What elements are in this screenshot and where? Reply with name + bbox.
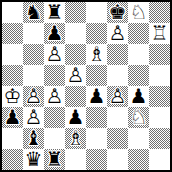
- square-g8[interactable]: ♞♘: [128, 2, 149, 23]
- piece-halo: ♟: [65, 107, 86, 128]
- piece-halo: ♟: [44, 44, 65, 65]
- square-e3[interactable]: [86, 107, 107, 128]
- piece-halo: ♟: [65, 65, 86, 86]
- square-c6[interactable]: ♟♙: [44, 44, 65, 65]
- piece-halo: ♟: [107, 23, 128, 44]
- square-d4[interactable]: [65, 86, 86, 107]
- square-d3[interactable]: ♟♟: [65, 107, 86, 128]
- square-e8[interactable]: [86, 2, 107, 23]
- square-e5[interactable]: [86, 65, 107, 86]
- square-b4[interactable]: ♟♙: [23, 86, 44, 107]
- piece-white-knight-g3: ♘: [128, 107, 149, 128]
- piece-halo: ♟: [23, 86, 44, 107]
- piece-halo: ♚: [107, 2, 128, 23]
- square-f5[interactable]: [107, 65, 128, 86]
- piece-white-pawn-f4: ♙: [107, 86, 128, 107]
- piece-halo: ♜: [44, 2, 65, 23]
- square-g1[interactable]: [128, 149, 149, 170]
- piece-white-bishop-d2: ♗: [65, 128, 86, 149]
- piece-white-rook-h7: ♖: [149, 23, 170, 44]
- piece-black-pawn-e4: ♟: [86, 86, 107, 107]
- piece-white-pawn-c6: ♙: [44, 44, 65, 65]
- square-h6[interactable]: [149, 44, 170, 65]
- square-h8[interactable]: [149, 2, 170, 23]
- piece-halo: ♟: [44, 23, 65, 44]
- square-c8[interactable]: ♜♜: [44, 2, 65, 23]
- square-g6[interactable]: [128, 44, 149, 65]
- square-b7[interactable]: [23, 23, 44, 44]
- square-f7[interactable]: ♟♙: [107, 23, 128, 44]
- piece-halo: ♜: [149, 23, 170, 44]
- piece-white-bishop-e6: ♗: [86, 44, 107, 65]
- square-f4[interactable]: ♟♙: [107, 86, 128, 107]
- piece-white-pawn-f7: ♙: [107, 23, 128, 44]
- square-g5[interactable]: [128, 65, 149, 86]
- piece-halo: ♚: [2, 86, 23, 107]
- piece-black-rook-c8: ♜: [44, 2, 65, 23]
- square-a6[interactable]: [2, 44, 23, 65]
- square-h4[interactable]: [149, 86, 170, 107]
- square-a4[interactable]: ♚♔: [2, 86, 23, 107]
- square-a5[interactable]: [2, 65, 23, 86]
- piece-black-king-f8: ♚: [107, 2, 128, 23]
- piece-white-pawn-b4: ♙: [23, 86, 44, 107]
- piece-halo: ♜: [44, 149, 65, 170]
- piece-white-king-a4: ♔: [2, 86, 23, 107]
- square-f2[interactable]: [107, 128, 128, 149]
- piece-black-rook-c1: ♜: [44, 149, 65, 170]
- square-e7[interactable]: [86, 23, 107, 44]
- square-e2[interactable]: [86, 128, 107, 149]
- square-d2[interactable]: ♝♗: [65, 128, 86, 149]
- square-c3[interactable]: [44, 107, 65, 128]
- square-f3[interactable]: [107, 107, 128, 128]
- piece-black-knight-b8: ♞: [23, 2, 44, 23]
- piece-black-pawn-d3: ♟: [65, 107, 86, 128]
- piece-halo: ♟: [107, 86, 128, 107]
- piece-halo: ♝: [65, 128, 86, 149]
- square-c5[interactable]: [44, 65, 65, 86]
- piece-halo: ♞: [128, 2, 149, 23]
- square-b3[interactable]: ♟♙: [23, 107, 44, 128]
- square-a7[interactable]: [2, 23, 23, 44]
- piece-halo: ♟: [2, 107, 23, 128]
- square-h2[interactable]: [149, 128, 170, 149]
- square-h5[interactable]: [149, 65, 170, 86]
- square-d8[interactable]: [65, 2, 86, 23]
- square-g7[interactable]: [128, 23, 149, 44]
- piece-halo: ♟: [23, 107, 44, 128]
- piece-black-pawn-a3: ♟: [2, 107, 23, 128]
- square-b8[interactable]: ♞♞: [23, 2, 44, 23]
- piece-halo: ♝: [23, 128, 44, 149]
- square-b5[interactable]: [23, 65, 44, 86]
- square-c4[interactable]: ♟♙: [44, 86, 65, 107]
- chess-board: ♞♞♜♜♚♚♞♘♟♟♟♙♜♖♟♙♝♗♟♙♚♔♟♙♟♙♟♟♟♙♟♟♟♟♟♙♟♟♞♘…: [0, 0, 172, 172]
- piece-halo: ♟: [44, 86, 65, 107]
- square-g3[interactable]: ♞♘: [128, 107, 149, 128]
- square-a1[interactable]: [2, 149, 23, 170]
- piece-halo: ♛: [23, 149, 44, 170]
- piece-halo: ♞: [23, 2, 44, 23]
- square-d5[interactable]: ♟♙: [65, 65, 86, 86]
- piece-white-pawn-b3: ♙: [23, 107, 44, 128]
- piece-black-pawn-c7: ♟: [44, 23, 65, 44]
- square-b1[interactable]: ♛♛: [23, 149, 44, 170]
- piece-halo: ♝: [86, 44, 107, 65]
- square-c1[interactable]: ♜♜: [44, 149, 65, 170]
- piece-white-pawn-d5: ♙: [65, 65, 86, 86]
- square-b6[interactable]: [23, 44, 44, 65]
- square-h1[interactable]: [149, 149, 170, 170]
- square-h7[interactable]: ♜♖: [149, 23, 170, 44]
- piece-halo: ♞: [128, 107, 149, 128]
- square-e6[interactable]: ♝♗: [86, 44, 107, 65]
- piece-black-pawn-g4: ♟: [128, 86, 149, 107]
- square-e4[interactable]: ♟♟: [86, 86, 107, 107]
- square-c2[interactable]: [44, 128, 65, 149]
- square-f6[interactable]: [107, 44, 128, 65]
- piece-white-pawn-c4: ♙: [44, 86, 65, 107]
- square-d7[interactable]: [65, 23, 86, 44]
- piece-halo: ♟: [86, 86, 107, 107]
- square-f1[interactable]: [107, 149, 128, 170]
- square-d6[interactable]: [65, 44, 86, 65]
- piece-halo: ♟: [128, 86, 149, 107]
- piece-white-knight-g8: ♘: [128, 2, 149, 23]
- square-d1[interactable]: [65, 149, 86, 170]
- piece-black-bishop-b2: ♝: [23, 128, 44, 149]
- square-g2[interactable]: [128, 128, 149, 149]
- piece-black-queen-b1: ♛: [23, 149, 44, 170]
- square-h3[interactable]: [149, 107, 170, 128]
- square-a3[interactable]: ♟♟: [2, 107, 23, 128]
- square-g4[interactable]: ♟♟: [128, 86, 149, 107]
- square-a8[interactable]: [2, 2, 23, 23]
- square-f8[interactable]: ♚♚: [107, 2, 128, 23]
- square-b2[interactable]: ♝♝: [23, 128, 44, 149]
- square-a2[interactable]: [2, 128, 23, 149]
- square-c7[interactable]: ♟♟: [44, 23, 65, 44]
- square-e1[interactable]: [86, 149, 107, 170]
